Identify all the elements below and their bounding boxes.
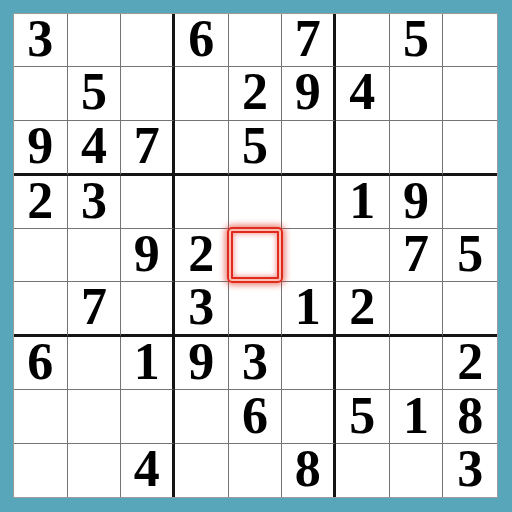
cell-r3c6[interactable] xyxy=(282,121,336,176)
given-digit: 8 xyxy=(457,390,483,442)
cell-r1c2[interactable] xyxy=(68,14,122,67)
cell-r1c9[interactable] xyxy=(443,14,497,67)
cell-r4c8[interactable]: 9 xyxy=(390,176,444,229)
given-digit: 4 xyxy=(81,120,107,172)
given-digit: 3 xyxy=(242,336,268,388)
cell-r4c3[interactable] xyxy=(121,176,175,229)
given-digit: 2 xyxy=(188,228,214,280)
cell-r2c2[interactable]: 5 xyxy=(68,67,122,120)
cell-r9c3[interactable]: 4 xyxy=(121,444,175,497)
cell-r3c2[interactable]: 4 xyxy=(68,121,122,176)
given-digit: 5 xyxy=(242,120,268,172)
cell-r5c3[interactable]: 9 xyxy=(121,229,175,282)
cell-r4c6[interactable] xyxy=(282,176,336,229)
cell-r4c2[interactable]: 3 xyxy=(68,176,122,229)
given-digit: 1 xyxy=(295,281,321,333)
cell-r4c5[interactable] xyxy=(229,176,283,229)
cell-r2c1[interactable] xyxy=(14,67,68,120)
given-digit: 9 xyxy=(403,175,429,227)
cell-r7c5[interactable]: 3 xyxy=(229,337,283,390)
cell-r8c4[interactable] xyxy=(175,390,229,443)
cell-r9c8[interactable] xyxy=(390,444,444,497)
given-digit: 9 xyxy=(27,120,53,172)
cell-r9c2[interactable] xyxy=(68,444,122,497)
cell-r1c8[interactable]: 5 xyxy=(390,14,444,67)
given-digit: 7 xyxy=(295,13,321,65)
cell-r3c4[interactable] xyxy=(175,121,229,176)
cell-r8c9[interactable]: 8 xyxy=(443,390,497,443)
cell-r9c7[interactable] xyxy=(336,444,390,497)
cell-r2c7[interactable]: 4 xyxy=(336,67,390,120)
cell-r5c5[interactable] xyxy=(229,229,283,282)
cell-r1c6[interactable]: 7 xyxy=(282,14,336,67)
cell-r2c6[interactable]: 9 xyxy=(282,67,336,120)
cell-r1c4[interactable]: 6 xyxy=(175,14,229,67)
cell-r8c7[interactable]: 5 xyxy=(336,390,390,443)
app-frame: 367552949475231992757312619326518483 xyxy=(0,0,512,512)
cell-r7c9[interactable]: 2 xyxy=(443,337,497,390)
cell-r6c6[interactable]: 1 xyxy=(282,282,336,337)
cell-r5c8[interactable]: 7 xyxy=(390,229,444,282)
cell-r1c1[interactable]: 3 xyxy=(14,14,68,67)
cell-r5c7[interactable] xyxy=(336,229,390,282)
cell-r7c4[interactable]: 9 xyxy=(175,337,229,390)
cell-r7c8[interactable] xyxy=(390,337,444,390)
given-digit: 3 xyxy=(27,13,53,65)
cell-r4c9[interactable] xyxy=(443,176,497,229)
cell-r9c5[interactable] xyxy=(229,444,283,497)
cell-r2c3[interactable] xyxy=(121,67,175,120)
cell-r5c9[interactable]: 5 xyxy=(443,229,497,282)
sudoku-grid: 367552949475231992757312619326518483 xyxy=(14,14,497,497)
cell-r9c9[interactable]: 3 xyxy=(443,444,497,497)
cell-r6c9[interactable] xyxy=(443,282,497,337)
cell-r2c8[interactable] xyxy=(390,67,444,120)
cell-r3c5[interactable]: 5 xyxy=(229,121,283,176)
cell-r2c9[interactable] xyxy=(443,67,497,120)
cell-r9c4[interactable] xyxy=(175,444,229,497)
given-digit: 7 xyxy=(134,120,160,172)
cell-r6c4[interactable]: 3 xyxy=(175,282,229,337)
given-digit: 5 xyxy=(457,228,483,280)
cell-r4c7[interactable]: 1 xyxy=(336,176,390,229)
given-digit: 2 xyxy=(242,66,268,118)
cell-r6c1[interactable] xyxy=(14,282,68,337)
cell-r8c1[interactable] xyxy=(14,390,68,443)
given-digit: 2 xyxy=(457,336,483,388)
given-digit: 3 xyxy=(457,443,483,495)
given-digit: 9 xyxy=(134,228,160,280)
given-digit: 1 xyxy=(403,390,429,442)
given-digit: 4 xyxy=(134,443,160,495)
cell-r6c7[interactable]: 2 xyxy=(336,282,390,337)
cell-r5c2[interactable] xyxy=(68,229,122,282)
cell-r4c1[interactable]: 2 xyxy=(14,176,68,229)
cell-r6c8[interactable] xyxy=(390,282,444,337)
cell-r5c6[interactable] xyxy=(282,229,336,282)
given-digit: 1 xyxy=(349,175,375,227)
given-digit: 2 xyxy=(27,175,53,227)
cell-r8c6[interactable] xyxy=(282,390,336,443)
cell-r3c3[interactable]: 7 xyxy=(121,121,175,176)
cell-r8c2[interactable] xyxy=(68,390,122,443)
cell-r3c8[interactable] xyxy=(390,121,444,176)
cell-r7c1[interactable]: 6 xyxy=(14,337,68,390)
given-digit: 7 xyxy=(403,228,429,280)
cell-r6c5[interactable] xyxy=(229,282,283,337)
cell-r2c5[interactable]: 2 xyxy=(229,67,283,120)
cell-r7c2[interactable] xyxy=(68,337,122,390)
given-digit: 5 xyxy=(349,390,375,442)
given-digit: 9 xyxy=(295,66,321,118)
cell-r3c7[interactable] xyxy=(336,121,390,176)
given-digit: 5 xyxy=(403,13,429,65)
cell-r2c4[interactable] xyxy=(175,67,229,120)
cell-r7c7[interactable] xyxy=(336,337,390,390)
cell-r6c2[interactable]: 7 xyxy=(68,282,122,337)
cell-r5c4[interactable]: 2 xyxy=(175,229,229,282)
cell-r1c5[interactable] xyxy=(229,14,283,67)
given-digit: 3 xyxy=(81,175,107,227)
cell-r3c1[interactable]: 9 xyxy=(14,121,68,176)
given-digit: 5 xyxy=(81,66,107,118)
cell-r8c3[interactable] xyxy=(121,390,175,443)
given-digit: 2 xyxy=(349,281,375,333)
cell-r3c9[interactable] xyxy=(443,121,497,176)
sudoku-board: 367552949475231992757312619326518483 xyxy=(13,13,498,498)
given-digit: 8 xyxy=(295,443,321,495)
given-digit: 1 xyxy=(134,336,160,388)
given-digit: 6 xyxy=(27,336,53,388)
given-digit: 9 xyxy=(188,336,214,388)
cell-r1c7[interactable] xyxy=(336,14,390,67)
cell-r9c1[interactable] xyxy=(14,444,68,497)
cell-r4c4[interactable] xyxy=(175,176,229,229)
given-digit: 4 xyxy=(349,66,375,118)
given-digit: 6 xyxy=(242,390,268,442)
cell-r8c5[interactable]: 6 xyxy=(229,390,283,443)
cell-r5c1[interactable] xyxy=(14,229,68,282)
given-digit: 7 xyxy=(81,281,107,333)
given-digit: 3 xyxy=(188,281,214,333)
cell-r7c3[interactable]: 1 xyxy=(121,337,175,390)
cell-r1c3[interactable] xyxy=(121,14,175,67)
cell-r7c6[interactable] xyxy=(282,337,336,390)
cell-r9c6[interactable]: 8 xyxy=(282,444,336,497)
cell-r8c8[interactable]: 1 xyxy=(390,390,444,443)
selected-cell-highlight xyxy=(227,227,284,283)
cell-r6c3[interactable] xyxy=(121,282,175,337)
given-digit: 6 xyxy=(188,13,214,65)
